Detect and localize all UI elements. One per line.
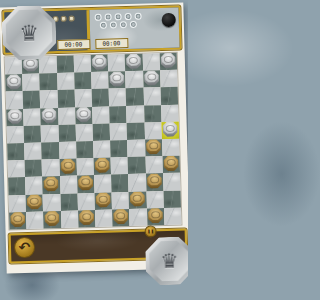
board-square[interactable] bbox=[110, 123, 128, 141]
board-square[interactable] bbox=[75, 107, 93, 125]
board-square[interactable] bbox=[22, 74, 40, 92]
board-square[interactable] bbox=[8, 177, 26, 195]
board-square[interactable] bbox=[108, 54, 126, 72]
board-square[interactable] bbox=[110, 140, 128, 158]
board-square[interactable] bbox=[111, 174, 129, 192]
timer-right: 00:00 bbox=[95, 38, 128, 49]
checker-piece-gold[interactable] bbox=[78, 175, 93, 190]
captured-gold-piece-dot bbox=[69, 16, 75, 22]
board-square[interactable] bbox=[23, 91, 41, 109]
checker-piece-gold[interactable] bbox=[43, 176, 58, 191]
board-square[interactable] bbox=[159, 53, 177, 71]
captured-white-rings bbox=[94, 12, 164, 29]
board-square[interactable] bbox=[163, 173, 181, 191]
board-square[interactable] bbox=[108, 71, 126, 89]
board-square[interactable] bbox=[58, 107, 76, 125]
board-square[interactable] bbox=[143, 88, 161, 106]
board-square[interactable] bbox=[111, 157, 129, 175]
board-square[interactable] bbox=[77, 175, 95, 193]
board-square[interactable] bbox=[41, 142, 59, 160]
board-square[interactable] bbox=[161, 121, 179, 139]
board-square[interactable] bbox=[26, 211, 44, 229]
board-square[interactable] bbox=[60, 176, 78, 194]
board-square[interactable] bbox=[92, 106, 110, 124]
captured-white-piece-ring bbox=[124, 13, 131, 20]
board-square[interactable] bbox=[7, 126, 25, 144]
board-square[interactable] bbox=[129, 191, 147, 209]
checker-piece-gold[interactable] bbox=[60, 159, 75, 174]
board-square[interactable] bbox=[43, 193, 61, 211]
board-square[interactable] bbox=[74, 89, 92, 107]
checker-piece-gold[interactable] bbox=[163, 156, 178, 171]
board-square[interactable] bbox=[25, 160, 43, 178]
captured-white-piece-ring bbox=[94, 14, 101, 21]
captured-white-piece-ring bbox=[100, 22, 107, 29]
board-square[interactable] bbox=[126, 105, 144, 123]
checkers-board bbox=[4, 52, 183, 231]
board-square[interactable] bbox=[163, 190, 181, 208]
board-square[interactable] bbox=[160, 87, 178, 105]
checker-piece-white[interactable] bbox=[92, 55, 107, 70]
captured-white-piece-ring bbox=[110, 21, 117, 28]
board-square[interactable] bbox=[57, 90, 75, 108]
captured-white-piece-ring bbox=[104, 13, 111, 20]
board-square[interactable] bbox=[162, 139, 180, 157]
board-square[interactable] bbox=[94, 158, 112, 176]
captured-white-piece-ring bbox=[130, 21, 137, 28]
checker-piece-gold[interactable] bbox=[147, 173, 162, 188]
board-square[interactable] bbox=[128, 174, 146, 192]
pause-button[interactable]: ❚❚ bbox=[144, 225, 156, 237]
captured-white-piece-ring bbox=[134, 13, 141, 20]
checker-piece-gold[interactable] bbox=[146, 139, 161, 154]
board-square[interactable] bbox=[42, 176, 60, 194]
checker-piece-white[interactable] bbox=[7, 109, 22, 124]
board-square[interactable] bbox=[93, 141, 111, 159]
board-square[interactable] bbox=[26, 194, 44, 212]
checker-piece-white[interactable] bbox=[42, 108, 57, 123]
board-square[interactable] bbox=[164, 207, 182, 225]
game-photo-card: 00:00 00:00 ↶ ❚❚ ♛ ♛ bbox=[0, 2, 188, 273]
board-square[interactable] bbox=[109, 106, 127, 124]
checker-piece-gold[interactable] bbox=[44, 211, 59, 226]
checker-piece-gold[interactable] bbox=[147, 208, 162, 223]
board-square[interactable] bbox=[42, 159, 60, 177]
board-square[interactable] bbox=[7, 143, 25, 161]
checker-piece-gold[interactable] bbox=[95, 192, 110, 207]
board-square[interactable] bbox=[60, 193, 78, 211]
board-square[interactable] bbox=[92, 89, 110, 107]
checker-piece-gold[interactable] bbox=[10, 212, 25, 227]
crown-icon: ♛ bbox=[160, 249, 179, 273]
timer-left: 00:00 bbox=[57, 39, 90, 50]
board-square[interactable] bbox=[41, 108, 59, 126]
board-square[interactable] bbox=[144, 105, 162, 123]
board-square[interactable] bbox=[59, 159, 77, 177]
board-square[interactable] bbox=[144, 122, 162, 140]
checker-piece-white[interactable] bbox=[6, 74, 21, 89]
board-square[interactable] bbox=[95, 209, 113, 227]
checker-piece-white[interactable] bbox=[126, 54, 141, 69]
board-square[interactable] bbox=[24, 142, 42, 160]
board-square[interactable] bbox=[73, 55, 91, 73]
board-square[interactable] bbox=[142, 53, 160, 71]
board-square[interactable] bbox=[76, 158, 94, 176]
board-square[interactable] bbox=[40, 73, 58, 91]
board-square[interactable] bbox=[23, 108, 41, 126]
checker-piece-gold[interactable] bbox=[113, 209, 128, 224]
board-square[interactable] bbox=[161, 104, 179, 122]
captured-white-piece-ring bbox=[120, 21, 127, 28]
board-square[interactable] bbox=[5, 74, 23, 92]
board-square[interactable] bbox=[56, 56, 74, 74]
board-square[interactable] bbox=[61, 210, 79, 228]
checker-piece-gold[interactable] bbox=[79, 210, 94, 225]
board-square[interactable] bbox=[112, 192, 130, 210]
board-square[interactable] bbox=[127, 140, 145, 158]
board-square[interactable] bbox=[58, 124, 76, 142]
checker-piece-white[interactable] bbox=[144, 70, 159, 85]
board-square[interactable] bbox=[91, 72, 109, 90]
board-square[interactable] bbox=[75, 124, 93, 142]
captured-gold-piece-dot bbox=[61, 16, 67, 22]
undo-button[interactable]: ↶ bbox=[14, 237, 36, 259]
turn-indicator-black-circle bbox=[162, 13, 176, 27]
board-square[interactable] bbox=[125, 71, 143, 89]
board-square[interactable] bbox=[8, 160, 26, 178]
board-square[interactable] bbox=[9, 212, 27, 230]
board-square[interactable] bbox=[93, 123, 111, 141]
board-square[interactable] bbox=[6, 91, 24, 109]
captured-white-piece-ring bbox=[114, 13, 121, 20]
board-square[interactable] bbox=[59, 141, 77, 159]
board-square[interactable] bbox=[127, 122, 145, 140]
board-square[interactable] bbox=[145, 139, 163, 157]
checker-piece-gold[interactable] bbox=[94, 158, 109, 173]
board-square[interactable] bbox=[57, 73, 75, 91]
board-square[interactable] bbox=[126, 88, 144, 106]
board-square[interactable] bbox=[41, 125, 59, 143]
board-square[interactable] bbox=[76, 141, 94, 159]
board-square[interactable] bbox=[146, 191, 164, 209]
board-square[interactable] bbox=[160, 70, 178, 88]
board-square[interactable] bbox=[6, 109, 24, 127]
checker-piece-gold[interactable] bbox=[27, 194, 42, 209]
board-square[interactable] bbox=[74, 72, 92, 90]
board-square[interactable] bbox=[43, 211, 61, 229]
board-square[interactable] bbox=[24, 125, 42, 143]
board-square[interactable] bbox=[94, 192, 112, 210]
board-square[interactable] bbox=[78, 210, 96, 228]
board-square[interactable] bbox=[91, 55, 109, 73]
board-square[interactable] bbox=[143, 70, 161, 88]
checker-piece-gold[interactable] bbox=[130, 191, 145, 206]
checker-piece-white[interactable] bbox=[160, 53, 175, 68]
board-square[interactable] bbox=[129, 208, 147, 226]
board-square[interactable] bbox=[145, 156, 163, 174]
board-square[interactable] bbox=[9, 194, 27, 212]
board-square[interactable] bbox=[128, 157, 146, 175]
board-square[interactable] bbox=[162, 156, 180, 174]
board-square[interactable] bbox=[125, 54, 143, 72]
board-square[interactable] bbox=[77, 193, 95, 211]
checker-piece-white[interactable] bbox=[109, 71, 124, 86]
board-square[interactable] bbox=[112, 209, 130, 227]
crown-icon: ♛ bbox=[19, 20, 39, 46]
board-square[interactable] bbox=[146, 173, 164, 191]
board-square[interactable] bbox=[39, 56, 57, 74]
checker-piece-white[interactable] bbox=[162, 121, 177, 136]
checker-piece-white[interactable] bbox=[76, 107, 91, 122]
board-square[interactable] bbox=[146, 208, 164, 226]
board-square[interactable] bbox=[25, 177, 43, 195]
board-square[interactable] bbox=[40, 90, 58, 108]
board-square[interactable] bbox=[94, 175, 112, 193]
board-square[interactable] bbox=[109, 88, 127, 106]
